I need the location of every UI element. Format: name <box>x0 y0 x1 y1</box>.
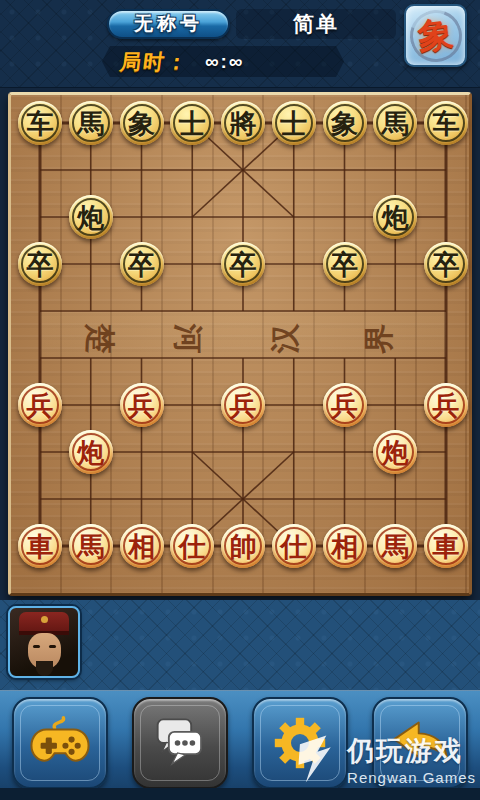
settings-button[interactable] <box>252 697 348 789</box>
gamepad-icon <box>26 716 94 770</box>
piece-black-soldier[interactable]: 卒 <box>18 242 62 286</box>
piece-red-advisor[interactable]: 仕 <box>272 524 316 568</box>
piece-red-advisor[interactable]: 仕 <box>170 524 214 568</box>
piece-black-horse[interactable]: 馬 <box>69 101 113 145</box>
piece-red-chariot[interactable]: 車 <box>18 524 62 568</box>
xiangqi-board[interactable]: 楚河汉界 车馬象士將士象馬车炮炮卒卒卒卒卒兵兵兵兵兵炮炮車馬相仕帥仕相馬車 <box>8 92 472 596</box>
piece-black-general[interactable]: 將 <box>221 101 265 145</box>
piece-black-cannon[interactable]: 炮 <box>69 195 113 239</box>
piece-black-soldier[interactable]: 卒 <box>120 242 164 286</box>
piece-red-soldier[interactable]: 兵 <box>18 383 62 427</box>
app-screen: 简单 无称号 象 局时： ∞:∞ <box>0 0 480 800</box>
difficulty-label: 简单 <box>293 10 339 38</box>
opponent-title-badge[interactable]: 无称号 <box>107 9 230 39</box>
avatar-beard <box>36 661 53 676</box>
back-button[interactable] <box>372 697 468 789</box>
piece-black-chariot[interactable]: 车 <box>18 101 62 145</box>
piece-black-soldier[interactable]: 卒 <box>221 242 265 286</box>
piece-red-soldier[interactable]: 兵 <box>424 383 468 427</box>
piece-red-soldier[interactable]: 兵 <box>120 383 164 427</box>
piece-black-horse[interactable]: 馬 <box>373 101 417 145</box>
back-arrow-icon <box>388 717 452 769</box>
difficulty-strip: 简单 <box>236 9 396 39</box>
chat-button[interactable] <box>132 697 228 789</box>
gear-icon <box>270 713 330 773</box>
piece-black-elephant[interactable]: 象 <box>323 101 367 145</box>
piece-red-cannon[interactable]: 炮 <box>69 430 113 474</box>
piece-black-cannon[interactable]: 炮 <box>373 195 417 239</box>
player-avatar[interactable] <box>8 606 80 678</box>
piece-black-soldier[interactable]: 卒 <box>323 242 367 286</box>
piece-red-horse[interactable]: 馬 <box>373 524 417 568</box>
opponent-timer-label: 局时： <box>118 48 190 76</box>
new-game-button[interactable] <box>12 697 108 789</box>
piece-black-soldier[interactable]: 卒 <box>424 242 468 286</box>
bottom-toolbar: 仍玩游戏 Rengwan Games <box>0 690 480 800</box>
piece-red-horse[interactable]: 馬 <box>69 524 113 568</box>
opponent-title-text: 无称号 <box>134 11 203 37</box>
piece-red-soldier[interactable]: 兵 <box>221 383 265 427</box>
top-bar: 简单 无称号 象 局时： ∞:∞ <box>0 0 480 88</box>
avatar-hat-emblem <box>41 616 48 623</box>
opponent-timer: 局时： ∞:∞ <box>102 46 344 77</box>
xiang-logo-char: 象 <box>416 10 456 60</box>
pieces-layer: 车馬象士將士象馬车炮炮卒卒卒卒卒兵兵兵兵兵炮炮車馬相仕帥仕相馬車 <box>11 95 469 593</box>
app-logo: 象 <box>404 4 467 67</box>
piece-red-soldier[interactable]: 兵 <box>323 383 367 427</box>
chat-icon <box>149 715 211 771</box>
piece-red-general[interactable]: 帥 <box>221 524 265 568</box>
opponent-timer-value: ∞:∞ <box>205 51 244 73</box>
piece-red-elephant[interactable]: 相 <box>323 524 367 568</box>
piece-red-chariot[interactable]: 車 <box>424 524 468 568</box>
piece-black-advisor[interactable]: 士 <box>272 101 316 145</box>
piece-black-advisor[interactable]: 士 <box>170 101 214 145</box>
piece-black-chariot[interactable]: 车 <box>424 101 468 145</box>
piece-red-cannon[interactable]: 炮 <box>373 430 417 474</box>
piece-red-elephant[interactable]: 相 <box>120 524 164 568</box>
piece-black-elephant[interactable]: 象 <box>120 101 164 145</box>
